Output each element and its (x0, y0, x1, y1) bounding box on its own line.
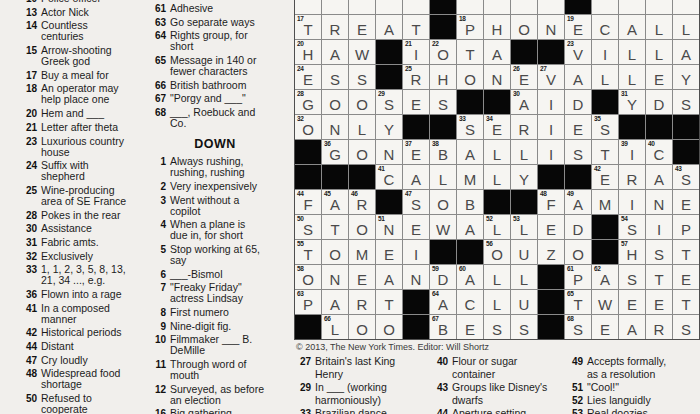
grid-cell-r11c9[interactable]: 53L (511, 215, 537, 239)
cell-letter: L (484, 296, 510, 313)
grid-cell-r15c6[interactable]: 67B (430, 315, 456, 339)
grid-cell-r11c2[interactable]: T (322, 215, 348, 239)
grid-cell-r11c3[interactable]: O (349, 215, 375, 239)
grid-cell-r10c1[interactable]: 44F (295, 190, 321, 214)
grid-cell-r13c2[interactable]: N (322, 265, 348, 289)
cell-letter: L (484, 146, 510, 163)
down-clues-bottom-column-3: 49Accepts formally, as a resolution51"Co… (569, 355, 695, 414)
grid-cell-r7c2[interactable]: N (322, 115, 348, 139)
clue-text: ___-Bismol (170, 269, 265, 280)
grid-cell-r5c9[interactable]: 26E (511, 65, 537, 89)
cell-letter: A (457, 271, 483, 288)
grid-cell-r13c11[interactable]: 61P (565, 265, 591, 289)
clue-number: 52 (569, 394, 587, 407)
cell-letter: L (484, 171, 510, 188)
cell-letter: E (376, 246, 402, 263)
grid-cell-r4c15[interactable]: A (673, 40, 699, 64)
grid-cell-r10c7[interactable]: B (457, 190, 483, 214)
grid-cell-r11c10[interactable]: E (538, 215, 564, 239)
grid-cell-r9c12[interactable]: 42E (592, 165, 618, 189)
clue-number: 10 (15, 0, 41, 4)
clue-item: 5Stop working at 65, say (150, 244, 294, 266)
grid-cell-r9c15[interactable]: 43S (673, 165, 699, 189)
clue-item: 13Actor Nick (15, 7, 150, 18)
grid-cell-r5c1[interactable]: 24E (295, 65, 321, 89)
grid-cell-r14c7[interactable]: C (457, 290, 483, 314)
grid-cell-r12c9[interactable]: U (511, 240, 537, 264)
black-cell (538, 265, 564, 289)
grid-cell-r14c3[interactable]: R (349, 290, 375, 314)
clue-text: Refused to cooperate (41, 393, 133, 414)
grid-cell-r6c11[interactable]: D (565, 90, 591, 114)
cell-letter: A (430, 296, 456, 313)
grid-cell-r3c13[interactable]: A (619, 15, 645, 39)
grid-cell-r6c10[interactable]: I (538, 90, 564, 114)
cell-letter: V (565, 46, 591, 63)
grid-cell-r10c12[interactable]: M (592, 190, 618, 214)
cell-letter: S (565, 146, 591, 163)
grid-cell-r6c13[interactable]: 31Y (619, 90, 645, 114)
grid-cell-r15c8[interactable]: S (484, 315, 510, 339)
grid-cell-r7c3[interactable]: L (349, 115, 375, 139)
grid-cell-r6c14[interactable]: D (646, 90, 672, 114)
grid-cell-r2c14[interactable] (646, 0, 672, 14)
clue-item: 42Historical periods (15, 327, 150, 338)
grid-cell-r9c8[interactable]: L (484, 165, 510, 189)
grid-cell-r8c3[interactable]: O (349, 140, 375, 164)
cell-letter: L (511, 271, 537, 288)
grid-cell-r7c12[interactable]: 35S (592, 115, 618, 139)
grid-cell-r6c2[interactable]: O (322, 90, 348, 114)
grid-cell-r5c11[interactable]: A (565, 65, 591, 89)
cell-letter: P (673, 221, 699, 238)
grid-cell-r15c9[interactable]: S (511, 315, 537, 339)
grid-cell-r2c10[interactable] (538, 0, 564, 14)
cell-letter: O (484, 246, 510, 263)
grid-cell-r3c11[interactable]: 19E (565, 15, 591, 39)
grid-cell-r15c7[interactable]: E (457, 315, 483, 339)
grid-cell-r8c7[interactable]: A (457, 140, 483, 164)
grid-cell-r14c4[interactable]: T (376, 290, 402, 314)
grid-cell-r10c13[interactable]: I (619, 190, 645, 214)
black-cell (295, 315, 321, 339)
grid-cell-r5c15[interactable]: Y (673, 65, 699, 89)
grid-cell-r5c5[interactable]: 25R (403, 65, 429, 89)
clue-number: 7 (150, 282, 170, 304)
grid-cell-r12c10[interactable]: Z (538, 240, 564, 264)
cell-letter: T (673, 246, 699, 263)
grid-cell-r6c3[interactable]: O (349, 90, 375, 114)
grid-cell-r3c14[interactable]: L (646, 15, 672, 39)
grid-cell-r11c14[interactable]: I (646, 215, 672, 239)
cell-letter: M (349, 246, 375, 263)
grid-cell-r15c13[interactable]: A (619, 315, 645, 339)
grid-cell-r13c5[interactable]: N (403, 265, 429, 289)
grid-cell-r14c6[interactable]: 64A (430, 290, 456, 314)
grid-cell-r14c12[interactable]: W (592, 290, 618, 314)
clue-item: 50Refused to cooperate (15, 393, 150, 414)
clue-number: 17 (15, 70, 41, 81)
grid-cell-r14c11[interactable]: 65T (565, 290, 591, 314)
grid-cell-r15c15[interactable]: S (673, 315, 699, 339)
grid-cell-r13c13[interactable]: S (619, 265, 645, 289)
clue-item: 11Through word of mouth (150, 359, 294, 381)
grid-cell-r15c3[interactable]: O (349, 315, 375, 339)
grid-cell-r3c4[interactable]: A (376, 15, 402, 39)
grid-cell-r5c14[interactable]: E (646, 65, 672, 89)
cell-letter: O (430, 46, 456, 63)
cell-letter: F (295, 196, 321, 213)
grid-cell-r7c9[interactable]: R (511, 115, 537, 139)
cell-letter: L (673, 21, 699, 38)
cell-letter: R (322, 21, 348, 38)
grid-cell-r6c5[interactable]: E (403, 90, 429, 114)
grid-cell-r2c8[interactable] (484, 0, 510, 14)
clue-text: Arrow-shooting Greek god (41, 45, 133, 67)
grid-cell-r4c11[interactable]: 23V (565, 40, 591, 64)
grid-cell-r2c7[interactable] (457, 0, 483, 14)
cell-letter: L (484, 271, 510, 288)
grid-cell-r5c2[interactable]: S (322, 65, 348, 89)
grid-cell-r7c10[interactable]: I (538, 115, 564, 139)
cell-letter: R (619, 171, 645, 188)
clue-item: 64Rights group, for short (150, 30, 294, 52)
grid-cell-r6c1[interactable]: 28G (295, 90, 321, 114)
grid-cell-r14c14[interactable]: E (646, 290, 672, 314)
cell-letter: N (646, 196, 672, 213)
grid-cell-r13c7[interactable]: 60A (457, 265, 483, 289)
grid-cell-r13c12[interactable]: 62A (592, 265, 618, 289)
grid-cell-r13c6[interactable]: 59D (430, 265, 456, 289)
grid-cell-r5c13[interactable]: L (619, 65, 645, 89)
grid-cell-r10c5[interactable]: 47S (403, 190, 429, 214)
clue-number: 12 (150, 384, 170, 406)
black-cell (511, 40, 537, 64)
clue-item: 30Assistance (15, 223, 150, 234)
grid-cell-r12c2[interactable]: O (322, 240, 348, 264)
black-cell (376, 40, 402, 64)
cell-letter: L (349, 121, 375, 138)
grid-cell-r2c15[interactable] (673, 0, 699, 14)
cell-letter: T (592, 146, 618, 163)
grid-cell-r4c6[interactable]: 22O (430, 40, 456, 64)
grid-cell-r8c12[interactable]: T (592, 140, 618, 164)
grid-cell-r4c3[interactable]: W (349, 40, 375, 64)
grid-cell-r3c7[interactable]: 18P (457, 15, 483, 39)
clue-item: 10Filmmaker ___ B. DeMille (150, 334, 294, 356)
grid-cell-r12c1[interactable]: 55T (295, 240, 321, 264)
cell-letter: A (322, 196, 348, 213)
cell-letter: L (430, 171, 456, 188)
clue-item: 66British bathroom (150, 80, 294, 91)
clue-number: 41 (15, 303, 41, 325)
grid-cell-r8c13[interactable]: 39I (619, 140, 645, 164)
down-clues-bottom-column-2: 40Flour or sugar container43Groups like … (434, 355, 556, 414)
cell-letter: S (673, 321, 699, 338)
cell-letter: S (376, 96, 402, 113)
grid-cell-r3c12[interactable]: C (592, 15, 618, 39)
cell-letter: O (322, 246, 348, 263)
clue-number: 15 (15, 45, 41, 67)
grid-cell-r6c15[interactable]: S (673, 90, 699, 114)
clue-item: 10Police officer (15, 0, 150, 4)
grid-cell-r3c1[interactable]: 17T (295, 15, 321, 39)
clue-item: 25Wine-producing area of SE France (15, 185, 150, 207)
grid-cell-r10c15[interactable]: E (673, 190, 699, 214)
grid-cell-r11c6[interactable]: W (430, 215, 456, 239)
cell-letter: S (295, 221, 321, 238)
cell-letter: I (538, 96, 564, 113)
black-cell (403, 115, 429, 139)
grid-cell-r5c10[interactable]: 27V (538, 65, 564, 89)
clue-text: Surveyed, as before an election (170, 384, 265, 406)
grid-cell-r2c13[interactable] (619, 0, 645, 14)
clue-number: 25 (15, 185, 41, 207)
grid-cell-r10c10[interactable]: 48F (538, 190, 564, 214)
grid-cell-r3c9[interactable]: O (511, 15, 537, 39)
grid-cell-r13c14[interactable]: T (646, 265, 672, 289)
grid-cell-r2c4[interactable] (376, 0, 402, 14)
grid-cell-r11c1[interactable]: 50S (295, 215, 321, 239)
down-section-header: DOWN (150, 137, 280, 151)
grid-cell-r8c8[interactable]: L (484, 140, 510, 164)
clue-number: 21 (15, 122, 41, 133)
grid-cell-r9c14[interactable]: A (646, 165, 672, 189)
clue-text: Actor Nick (41, 7, 133, 18)
grid-cell-r4c2[interactable]: A (322, 40, 348, 64)
clue-item: 7"Freaky Friday" actress Lindsay (150, 282, 294, 304)
grid-cell-r12c8[interactable]: 56O (484, 240, 510, 264)
grid-cell-r8c11[interactable]: S (565, 140, 591, 164)
grid-cell-r12c3[interactable]: M (349, 240, 375, 264)
across-clues-right-column: 61Adhesive63Go separate ways64Rights gro… (150, 3, 294, 129)
clue-text: Go separate ways (170, 17, 265, 28)
clue-number: 47 (15, 355, 41, 366)
cell-letter: E (673, 196, 699, 213)
clue-item: 31Fabric amts. (15, 237, 150, 248)
grid-cell-r7c11[interactable]: E (565, 115, 591, 139)
cell-letter: A (484, 46, 510, 63)
clue-number: 20 (15, 108, 41, 119)
grid-cell-r9c7[interactable]: M (457, 165, 483, 189)
cell-letter: H (619, 246, 645, 263)
grid-cell-r10c14[interactable]: N (646, 190, 672, 214)
clue-item: 24Suffix with shepherd (15, 160, 150, 182)
grid-cell-r11c11[interactable]: D (565, 215, 591, 239)
grid-cell-r9c6[interactable]: L (430, 165, 456, 189)
grid-cell-r4c12[interactable]: I (592, 40, 618, 64)
grid-cell-r6c6[interactable]: S (430, 90, 456, 114)
grid-cell-r13c15[interactable]: E (673, 265, 699, 289)
clue-text: Police officer (41, 0, 133, 4)
grid-cell-r8c9[interactable]: L (511, 140, 537, 164)
black-cell (376, 190, 402, 214)
grid-cell-r9c13[interactable]: R (619, 165, 645, 189)
grid-cell-r4c5[interactable]: 21I (403, 40, 429, 64)
cell-letter: V (538, 71, 564, 88)
cell-letter: W (592, 296, 618, 313)
cell-letter: L (592, 71, 618, 88)
black-cell (646, 115, 672, 139)
black-cell (484, 190, 510, 214)
grid-cell-r4c13[interactable]: L (619, 40, 645, 64)
grid-cell-r15c14[interactable]: R (646, 315, 672, 339)
cell-letter: D (430, 271, 456, 288)
cell-letter: S (430, 96, 456, 113)
cell-letter: A (376, 271, 402, 288)
grid-cell-r5c3[interactable]: S (349, 65, 375, 89)
cell-letter: E (511, 71, 537, 88)
clue-number: 50 (15, 393, 41, 414)
grid-cell-r8c14[interactable]: 40C (646, 140, 672, 164)
grid-cell-r15c4[interactable]: O (376, 315, 402, 339)
cell-letter: T (457, 46, 483, 63)
grid-cell-r14c9[interactable]: U (511, 290, 537, 314)
grid-cell-r13c3[interactable]: E (349, 265, 375, 289)
grid-cell-r10c2[interactable]: 45A (322, 190, 348, 214)
cell-letter: T (673, 296, 699, 313)
clue-item: 43Groups like Disney's dwarfs (434, 381, 556, 407)
grid-cell-r14c8[interactable]: L (484, 290, 510, 314)
clue-number: 30 (15, 223, 41, 234)
cell-letter: A (646, 171, 672, 188)
grid-cell-r5c7[interactable]: O (457, 65, 483, 89)
grid-cell-r2c2[interactable] (322, 0, 348, 14)
cell-letter: I (403, 46, 429, 63)
grid-cell-r3c2[interactable]: R (322, 15, 348, 39)
grid-cell-r2c3[interactable] (349, 0, 375, 14)
grid-cell-r14c1[interactable]: 63P (295, 290, 321, 314)
cell-letter: A (619, 21, 645, 38)
grid-cell-r2c1[interactable] (295, 0, 321, 14)
grid-cell-r13c1[interactable]: 58O (295, 265, 321, 289)
grid-cell-r13c4[interactable]: A (376, 265, 402, 289)
grid-cell-r3c8[interactable]: H (484, 15, 510, 39)
grid-cell-r7c7[interactable]: 33S (457, 115, 483, 139)
grid-cell-r14c2[interactable]: A (322, 290, 348, 314)
grid-cell-r4c7[interactable]: T (457, 40, 483, 64)
cell-letter: O (349, 146, 375, 163)
grid-cell-r14c13[interactable]: E (619, 290, 645, 314)
cell-letter: L (619, 46, 645, 63)
cell-letter: E (349, 21, 375, 38)
grid-cell-r12c13[interactable]: 57H (619, 240, 645, 264)
grid-cell-r5c6[interactable]: H (430, 65, 456, 89)
grid-cell-r12c11[interactable]: O (565, 240, 591, 264)
grid-cell-r8c10[interactable]: I (538, 140, 564, 164)
grid-cell-r3c5[interactable]: T (403, 15, 429, 39)
grid-cell-r10c3[interactable]: 46R (349, 190, 375, 214)
clue-text: Real doozies (587, 407, 677, 414)
grid-cell-r11c7[interactable]: A (457, 215, 483, 239)
grid-cell-r6c9[interactable]: 30A (511, 90, 537, 114)
clue-number: 33 (297, 407, 315, 414)
grid-cell-r8c6[interactable]: 38B (430, 140, 456, 164)
cell-letter: U (511, 296, 537, 313)
grid-cell-r6c4[interactable]: 29S (376, 90, 402, 114)
cell-letter: C (376, 171, 402, 188)
grid-cell-r12c5[interactable]: I (403, 240, 429, 264)
grid-cell-r15c2[interactable]: 66L (322, 315, 348, 339)
grid-cell-r4c8[interactable]: A (484, 40, 510, 64)
grid-cell-r3c10[interactable]: N (538, 15, 564, 39)
grid-cell-r12c15[interactable]: T (673, 240, 699, 264)
grid-cell-r2c5[interactable] (403, 0, 429, 14)
grid-cell-r4c1[interactable]: 20H (295, 40, 321, 64)
grid-cell-r15c12[interactable]: E (592, 315, 618, 339)
cell-letter: S (646, 246, 672, 263)
black-cell (403, 315, 429, 339)
grid-cell-r11c5[interactable]: E (403, 215, 429, 239)
cell-letter: N (484, 71, 510, 88)
clue-text: Letter after theta (41, 122, 133, 133)
black-cell (457, 90, 483, 114)
cell-letter: S (673, 96, 699, 113)
cell-letter: E (592, 171, 618, 188)
grid-cell-r9c4[interactable]: 41C (376, 165, 402, 189)
clue-number: 31 (15, 237, 41, 248)
grid-cell-r12c14[interactable]: S (646, 240, 672, 264)
cell-letter: I (619, 196, 645, 213)
grid-cell-r8c2[interactable]: 36G (322, 140, 348, 164)
grid-cell-r14c15[interactable]: T (673, 290, 699, 314)
grid-cell-r7c8[interactable]: 34E (484, 115, 510, 139)
clue-item: 32Exclusively (15, 251, 150, 262)
grid-cell-r13c8[interactable]: L (484, 265, 510, 289)
cell-letter: T (295, 246, 321, 263)
clue-text: Wine-producing area of SE France (41, 185, 133, 207)
black-cell (430, 0, 456, 14)
grid-cell-r13c9[interactable]: L (511, 265, 537, 289)
grid-cell-r5c8[interactable]: N (484, 65, 510, 89)
clue-text: In ___ (working harmoniously) (315, 381, 410, 407)
grid-cell-r9c5[interactable]: A (403, 165, 429, 189)
grid-cell-r8c5[interactable]: 37E (403, 140, 429, 164)
black-cell (457, 240, 483, 264)
grid-cell-r7c4[interactable]: Y (376, 115, 402, 139)
cell-letter: O (376, 321, 402, 338)
grid-cell-r12c4[interactable]: E (376, 240, 402, 264)
black-cell (484, 90, 510, 114)
grid-cell-r2c12[interactable] (592, 0, 618, 14)
grid-cell-r11c13[interactable]: 54S (619, 215, 645, 239)
cell-letter: E (619, 296, 645, 313)
grid-cell-r11c8[interactable]: 52L (484, 215, 510, 239)
cell-letter: P (457, 21, 483, 38)
cell-letter: L (322, 321, 348, 338)
grid-cell-r8c4[interactable]: N (376, 140, 402, 164)
grid-cell-r11c15[interactable]: P (673, 215, 699, 239)
clue-text: Adhesive (170, 3, 265, 14)
cell-letter: H (484, 21, 510, 38)
clue-number: 66 (150, 80, 170, 91)
grid-cell-r2c9[interactable] (511, 0, 537, 14)
grid-cell-r5c12[interactable]: L (592, 65, 618, 89)
grid-cell-r4c14[interactable]: L (646, 40, 672, 64)
cell-letter: I (592, 46, 618, 63)
cell-letter: W (349, 46, 375, 63)
grid-cell-r3c15[interactable]: L (673, 15, 699, 39)
grid-cell-r10c6[interactable]: O (430, 190, 456, 214)
grid-cell-r10c11[interactable]: 49A (565, 190, 591, 214)
grid-cell-r11c4[interactable]: 51N (376, 215, 402, 239)
grid-cell-r7c1[interactable]: 32O (295, 115, 321, 139)
clue-item: 28Pokes in the rear (15, 210, 150, 221)
grid-cell-r15c11[interactable]: 68S (565, 315, 591, 339)
clue-number: 43 (434, 381, 452, 407)
grid-cell-r3c3[interactable]: E (349, 15, 375, 39)
grid-cell-r9c9[interactable]: Y (511, 165, 537, 189)
